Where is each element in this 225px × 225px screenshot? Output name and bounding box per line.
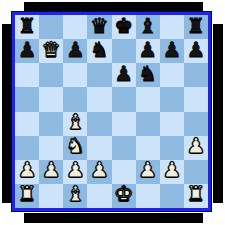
square-b8[interactable] [39, 15, 63, 39]
square-g4[interactable] [160, 112, 184, 136]
square-c4[interactable]: ♝ [63, 112, 87, 136]
square-d1[interactable] [87, 184, 111, 208]
board-frame-right [213, 24, 223, 203]
square-h3[interactable]: ♟ [184, 136, 208, 160]
piece-white-rook[interactable]: ♜ [187, 184, 206, 205]
square-f1[interactable] [136, 184, 160, 208]
square-b3[interactable] [39, 136, 63, 160]
piece-white-pawn[interactable]: ♟ [90, 160, 109, 181]
square-b1[interactable] [39, 184, 63, 208]
square-a8[interactable]: ♜ [15, 15, 39, 39]
piece-white-bishop[interactable]: ♝ [66, 184, 85, 205]
square-b6[interactable] [39, 63, 63, 87]
piece-white-rook[interactable]: ♜ [18, 184, 37, 205]
piece-white-queen[interactable]: ♛ [42, 40, 61, 61]
piece-white-pawn[interactable]: ♟ [66, 160, 85, 181]
square-a2[interactable]: ♟ [15, 160, 39, 184]
piece-black-queen[interactable]: ♛ [90, 16, 109, 37]
square-b4[interactable] [39, 112, 63, 136]
piece-white-pawn[interactable]: ♟ [187, 136, 206, 157]
square-g8[interactable] [160, 15, 184, 39]
square-b7[interactable]: ♛ [39, 39, 63, 63]
square-h6[interactable] [184, 63, 208, 87]
piece-black-bishop[interactable]: ♝ [138, 16, 157, 37]
piece-white-knight[interactable]: ♞ [66, 136, 85, 157]
square-h7[interactable]: ♟ [184, 39, 208, 63]
square-c1[interactable]: ♝ [63, 184, 87, 208]
piece-black-pawn[interactable]: ♟ [114, 64, 133, 85]
piece-white-king[interactable]: ♚ [114, 184, 133, 205]
square-f3[interactable] [136, 136, 160, 160]
board-frame-bottom [24, 213, 203, 223]
square-e8[interactable]: ♚ [112, 15, 136, 39]
square-h5[interactable] [184, 87, 208, 111]
square-g7[interactable]: ♟ [160, 39, 184, 63]
square-f6[interactable]: ♞ [136, 63, 160, 87]
square-d7[interactable]: ♞ [87, 39, 111, 63]
square-a5[interactable] [15, 87, 39, 111]
square-d8[interactable]: ♛ [87, 15, 111, 39]
square-e7[interactable] [112, 39, 136, 63]
square-f4[interactable] [136, 112, 160, 136]
square-c5[interactable] [63, 87, 87, 111]
piece-black-knight[interactable]: ♞ [90, 40, 109, 61]
square-b5[interactable] [39, 87, 63, 111]
square-e4[interactable] [112, 112, 136, 136]
piece-white-bishop[interactable]: ♝ [66, 112, 85, 133]
piece-black-pawn[interactable]: ♟ [18, 40, 37, 61]
square-e1[interactable]: ♚ [112, 184, 136, 208]
piece-black-rook[interactable]: ♜ [187, 16, 206, 37]
square-c3[interactable]: ♞ [63, 136, 87, 160]
piece-black-knight[interactable]: ♞ [138, 64, 157, 85]
piece-white-pawn[interactable]: ♟ [162, 160, 181, 181]
board-frame-top [24, 2, 203, 12]
piece-black-pawn[interactable]: ♟ [138, 40, 157, 61]
square-b2[interactable]: ♟ [39, 160, 63, 184]
square-a6[interactable] [15, 63, 39, 87]
chess-board: ♜♛♚♝♜♟♛♟♞♟♟♟♟♞♝♞♟♟♟♟♟♟♟♜♝♚♜ [12, 12, 211, 211]
square-f5[interactable] [136, 87, 160, 111]
square-a3[interactable] [15, 136, 39, 160]
piece-white-pawn[interactable]: ♟ [18, 160, 37, 181]
square-a4[interactable] [15, 112, 39, 136]
piece-black-pawn[interactable]: ♟ [162, 40, 181, 61]
square-d3[interactable] [87, 136, 111, 160]
square-a1[interactable]: ♜ [15, 184, 39, 208]
square-h8[interactable]: ♜ [184, 15, 208, 39]
square-c8[interactable] [63, 15, 87, 39]
piece-black-rook[interactable]: ♜ [18, 16, 37, 37]
square-g6[interactable] [160, 63, 184, 87]
square-d2[interactable]: ♟ [87, 160, 111, 184]
piece-white-pawn[interactable]: ♟ [138, 160, 157, 181]
square-h2[interactable] [184, 160, 208, 184]
square-g5[interactable] [160, 87, 184, 111]
square-g1[interactable] [160, 184, 184, 208]
board-frame-left [2, 24, 12, 203]
piece-white-pawn[interactable]: ♟ [42, 160, 61, 181]
square-f2[interactable]: ♟ [136, 160, 160, 184]
square-h1[interactable]: ♜ [184, 184, 208, 208]
square-f7[interactable]: ♟ [136, 39, 160, 63]
square-e5[interactable] [112, 87, 136, 111]
square-d6[interactable] [87, 63, 111, 87]
square-h4[interactable] [184, 112, 208, 136]
square-g3[interactable] [160, 136, 184, 160]
square-d4[interactable] [87, 112, 111, 136]
square-a7[interactable]: ♟ [15, 39, 39, 63]
square-c2[interactable]: ♟ [63, 160, 87, 184]
piece-black-pawn[interactable]: ♟ [187, 40, 206, 61]
square-d5[interactable] [87, 87, 111, 111]
square-e3[interactable] [112, 136, 136, 160]
square-c6[interactable] [63, 63, 87, 87]
square-g2[interactable]: ♟ [160, 160, 184, 184]
piece-black-pawn[interactable]: ♟ [66, 40, 85, 61]
square-e2[interactable] [112, 160, 136, 184]
square-f8[interactable]: ♝ [136, 15, 160, 39]
square-e6[interactable]: ♟ [112, 63, 136, 87]
piece-black-king[interactable]: ♚ [114, 16, 133, 37]
square-c7[interactable]: ♟ [63, 39, 87, 63]
